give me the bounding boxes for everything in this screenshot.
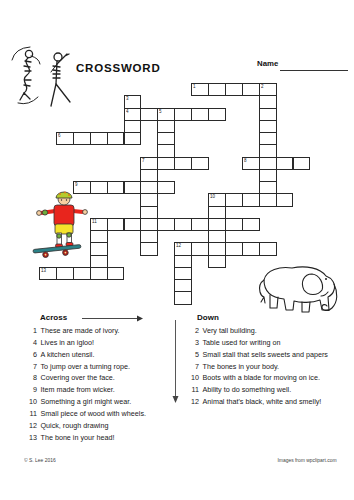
grid-cell[interactable] <box>225 218 243 231</box>
cell-number: 3 <box>126 96 129 101</box>
cell-number: 6 <box>58 133 61 138</box>
cell-number: 7 <box>142 158 145 163</box>
clue-text: The bone in your head! <box>41 432 115 444</box>
grid-cell[interactable]: 11 <box>90 218 108 231</box>
clue-text: Table used for writing on <box>203 337 281 349</box>
grid-cell[interactable] <box>174 218 192 231</box>
grid-cell[interactable] <box>276 157 294 170</box>
grid-cell[interactable] <box>124 181 142 194</box>
grid-cell[interactable] <box>107 267 125 280</box>
grid-cell[interactable] <box>276 193 294 206</box>
clue-item: 10Boots with a blade for moving on ice. <box>184 372 354 384</box>
grid-cell[interactable] <box>157 132 175 145</box>
cell-number: 12 <box>176 243 181 248</box>
clue-item: 7To jump over a turning rope. <box>22 361 174 373</box>
grid-cell[interactable]: 7 <box>140 157 158 170</box>
grid-cell[interactable] <box>56 267 74 280</box>
grid-cell[interactable]: 2 <box>259 83 277 96</box>
grid-cell[interactable] <box>140 181 158 194</box>
clue-number: 1 <box>22 325 37 337</box>
grid-cell[interactable] <box>225 242 243 255</box>
cell-number: 10 <box>210 194 215 199</box>
grid-cell[interactable] <box>191 242 209 255</box>
grid-cell[interactable] <box>140 193 158 206</box>
name-label: Name <box>257 59 278 68</box>
clue-item: 6A kitchen utensil. <box>22 349 174 361</box>
grid-cell[interactable] <box>90 230 108 243</box>
grid-cell[interactable]: 1 <box>191 83 209 96</box>
grid-cell[interactable] <box>208 206 226 219</box>
grid-cell[interactable] <box>73 132 91 145</box>
clue-item: 2Very tall building. <box>184 325 354 337</box>
grid-cell[interactable] <box>140 108 158 121</box>
grid-cell[interactable] <box>208 83 226 96</box>
across-clues-section: Across 1These are made of ivory.4Lives i… <box>22 313 174 443</box>
clue-number: 9 <box>22 384 37 396</box>
clue-text: Ability to do something well. <box>203 384 292 396</box>
grid-cell[interactable] <box>259 120 277 133</box>
grid-cell[interactable] <box>124 132 142 145</box>
grid-cell[interactable] <box>208 108 226 121</box>
cell-number: 2 <box>261 84 264 89</box>
across-direction-arrow-icon <box>80 314 146 324</box>
grid-cell[interactable] <box>208 218 226 231</box>
grid-cell[interactable] <box>191 218 209 231</box>
grid-cell[interactable] <box>242 242 260 255</box>
grid-cell[interactable] <box>225 193 243 206</box>
elephant-clipart-icon <box>256 262 340 316</box>
clue-item: 5Small stall that sells sweets and paper… <box>184 349 354 361</box>
grid-cell[interactable] <box>259 95 277 108</box>
cell-number: 11 <box>92 219 97 224</box>
grid-cell[interactable] <box>107 181 125 194</box>
grid-cell[interactable] <box>208 255 226 268</box>
clue-number: 2 <box>184 325 199 337</box>
grid-cell[interactable] <box>140 218 158 231</box>
clue-number: 8 <box>22 372 37 384</box>
clue-item: 7The bones in your body. <box>184 361 354 373</box>
skateboarder-clipart-icon <box>25 186 89 258</box>
grid-cell[interactable] <box>191 157 209 170</box>
clue-number: 7 <box>22 361 37 373</box>
grid-cell[interactable]: 13 <box>39 267 57 280</box>
clue-item: 12Animal that's black, white and smelly! <box>184 396 354 408</box>
copyright-text: © S. Lee 2016 <box>24 458 56 464</box>
clue-number: 12 <box>184 396 199 408</box>
clue-number: 10 <box>184 372 199 384</box>
grid-cell[interactable] <box>225 83 243 96</box>
grid-cell[interactable]: 4 <box>124 108 142 121</box>
grid-cell[interactable] <box>242 83 260 96</box>
grid-cell[interactable] <box>174 267 192 280</box>
grid-cell[interactable] <box>174 291 192 304</box>
grid-cell[interactable] <box>73 267 91 280</box>
grid-cell[interactable] <box>293 157 311 170</box>
grid-cell[interactable] <box>140 206 158 219</box>
image-credit-text: Images from wpclipart.com <box>278 458 337 464</box>
grid-cell[interactable] <box>90 255 108 268</box>
grid-cell[interactable] <box>157 157 175 170</box>
grid-cell[interactable]: 8 <box>242 157 260 170</box>
clue-text: Very tall building. <box>203 325 257 337</box>
grid-cell[interactable]: 10 <box>208 193 226 206</box>
grid-cell[interactable] <box>140 230 158 243</box>
clue-item: 13The bone in your head! <box>22 432 174 444</box>
grid-cell[interactable]: 12 <box>174 242 192 255</box>
grid-cell[interactable] <box>174 279 192 292</box>
grid-cell[interactable] <box>174 157 192 170</box>
clue-number: 13 <box>22 432 37 444</box>
clue-item: 11Ability to do something well. <box>184 384 354 396</box>
grid-cell[interactable] <box>208 242 226 255</box>
grid-cell[interactable] <box>90 242 108 255</box>
clue-number: 3 <box>184 337 199 349</box>
clue-number: 10 <box>22 396 37 408</box>
clue-item: 4Lives in an igloo! <box>22 337 174 349</box>
clue-text: Quick, rough drawing <box>41 420 109 432</box>
grid-cell[interactable] <box>107 218 125 231</box>
clue-number: 12 <box>22 420 37 432</box>
grid-cell[interactable] <box>259 132 277 145</box>
grid-cell[interactable] <box>157 144 175 157</box>
clue-number: 11 <box>22 408 37 420</box>
grid-cell[interactable]: 6 <box>56 132 74 145</box>
clue-item: 11Small piece of wood with wheels. <box>22 408 174 420</box>
clue-text: Small stall that sells sweets and papers <box>203 349 328 361</box>
clue-item: 3Table used for writing on <box>184 337 354 349</box>
grid-cell[interactable] <box>90 181 108 194</box>
grid-cell[interactable] <box>191 108 209 121</box>
name-blank-line[interactable] <box>280 60 348 71</box>
clue-text: Boots with a blade for moving on ice. <box>203 372 320 384</box>
grid-cell[interactable] <box>157 218 175 231</box>
grid-cell[interactable] <box>174 255 192 268</box>
grid-cell[interactable] <box>140 169 158 182</box>
clue-text: The bones in your body. <box>203 361 280 373</box>
grid-cell[interactable]: 3 <box>124 95 142 108</box>
grid-cell[interactable] <box>259 144 277 157</box>
grid-cell[interactable] <box>208 230 226 243</box>
clue-text: Item made from wicker. <box>41 384 115 396</box>
clue-number: 11 <box>184 384 199 396</box>
clue-text: To jump over a turning rope. <box>41 361 131 373</box>
worksheet-page: CROSSWORD Name 12345678910111213 <box>0 0 354 500</box>
clue-item: 8Covering over the face. <box>22 372 174 384</box>
clue-text: Something a girl might wear. <box>41 396 132 408</box>
grid-cell[interactable] <box>124 218 142 231</box>
clue-number: 5 <box>184 349 199 361</box>
grid-cell[interactable] <box>174 108 192 121</box>
grid-cell[interactable] <box>259 157 277 170</box>
clue-item: 1These are made of ivory. <box>22 325 174 337</box>
down-direction-arrow-icon <box>171 319 181 405</box>
down-clues-section: Down 2Very tall building.3Table used for… <box>184 313 354 408</box>
clue-text: These are made of ivory. <box>41 325 120 337</box>
clue-number: 4 <box>22 337 37 349</box>
cell-number: 4 <box>126 109 129 114</box>
grid-cell[interactable] <box>140 242 158 255</box>
clue-item: 10Something a girl might wear. <box>22 396 174 408</box>
grid-cell[interactable] <box>90 267 108 280</box>
down-heading: Down <box>184 313 354 325</box>
across-list: 1These are made of ivory.4Lives in an ig… <box>22 325 174 443</box>
grid-cell[interactable]: 5 <box>157 108 175 121</box>
cell-number: 8 <box>244 158 247 163</box>
cell-number: 5 <box>159 109 162 114</box>
grid-cell[interactable] <box>90 132 108 145</box>
page-title: CROSSWORD <box>76 62 161 74</box>
clue-item: 9Item made from wicker. <box>22 384 174 396</box>
grid-cell[interactable] <box>242 193 260 206</box>
down-list: 2Very tall building.3Table used for writ… <box>184 325 354 408</box>
cell-number: 1 <box>193 84 196 89</box>
grid-cell[interactable] <box>259 242 277 255</box>
grid-cell[interactable] <box>242 218 260 231</box>
clue-text: Lives in an igloo! <box>41 337 95 349</box>
grid-cell[interactable] <box>259 181 277 194</box>
cell-number: 13 <box>41 268 46 273</box>
grid-cell[interactable] <box>157 181 175 194</box>
clue-number: 6 <box>22 349 37 361</box>
clue-text: Small piece of wood with wheels. <box>41 408 146 420</box>
clue-text: A kitchen utensil. <box>41 349 95 361</box>
clue-text: Animal that's black, white and smelly! <box>203 396 322 408</box>
grid-cell[interactable] <box>259 193 277 206</box>
grid-cell[interactable] <box>157 120 175 133</box>
clue-number: 7 <box>184 361 199 373</box>
clue-item: 12Quick, rough drawing <box>22 420 174 432</box>
grid-cell[interactable] <box>259 108 277 121</box>
grid-cell[interactable] <box>107 132 125 145</box>
grid-cell[interactable] <box>259 169 277 182</box>
clue-text: Covering over the face. <box>41 372 115 384</box>
grid-cell[interactable] <box>124 120 142 133</box>
